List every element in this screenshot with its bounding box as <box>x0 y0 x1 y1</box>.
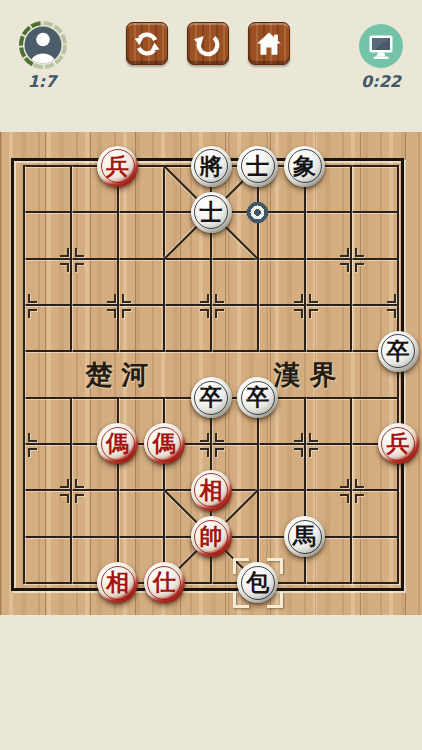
point-marker <box>75 479 84 488</box>
piece-red-elephant[interactable]: 相 <box>97 562 138 603</box>
piece-red-advisor[interactable]: 仕 <box>144 562 185 603</box>
point-marker <box>122 294 131 303</box>
computer-avatar[interactable] <box>359 24 403 68</box>
point-marker <box>215 448 224 457</box>
grid-line <box>304 165 306 352</box>
point-marker <box>28 448 37 457</box>
grid-line <box>70 165 72 352</box>
point-marker <box>340 248 349 257</box>
undo-arrow-icon <box>191 27 225 61</box>
sync-arrows-icon <box>130 27 164 61</box>
piece-black-soldier[interactable]: 卒 <box>191 377 232 418</box>
point-marker <box>60 248 69 257</box>
point-marker <box>107 294 116 303</box>
home-button[interactable] <box>248 22 290 65</box>
piece-black-cannon[interactable]: 包 <box>237 562 278 603</box>
person-icon <box>18 20 68 70</box>
piece-red-horse[interactable]: 傌 <box>144 423 185 464</box>
point-marker <box>294 309 303 318</box>
point-marker <box>309 294 318 303</box>
point-marker <box>355 494 364 503</box>
river-label-left: 楚河 <box>77 357 158 393</box>
swap-button[interactable] <box>126 22 168 65</box>
last-move-marker <box>246 201 269 224</box>
piece-black-advisor[interactable]: 士 <box>191 192 232 233</box>
point-marker <box>200 309 209 318</box>
river-label-right: 漢界 <box>265 357 346 393</box>
point-marker <box>200 433 209 442</box>
player-avatar[interactable] <box>18 20 68 70</box>
piece-black-general[interactable]: 將 <box>191 146 232 187</box>
grid-line <box>397 165 399 584</box>
point-marker <box>294 448 303 457</box>
grid-line <box>350 397 352 584</box>
point-marker <box>294 433 303 442</box>
point-marker <box>75 263 84 272</box>
point-marker <box>340 479 349 488</box>
top-bar: 1:7 <box>0 0 422 132</box>
score-text: 1:7 <box>12 72 72 91</box>
piece-red-soldier[interactable]: 兵 <box>97 146 138 187</box>
point-marker <box>107 309 116 318</box>
point-marker <box>309 433 318 442</box>
computer-monitor-icon <box>361 26 401 66</box>
point-marker <box>355 479 364 488</box>
piece-black-advisor[interactable]: 士 <box>237 146 278 187</box>
point-marker <box>294 294 303 303</box>
point-marker <box>75 248 84 257</box>
piece-black-soldier[interactable]: 卒 <box>378 331 419 372</box>
point-marker <box>215 433 224 442</box>
grid-line <box>117 165 119 352</box>
point-marker <box>215 294 224 303</box>
point-marker <box>28 309 37 318</box>
grid-line <box>23 165 25 584</box>
point-marker <box>355 263 364 272</box>
point-marker <box>60 479 69 488</box>
button-row <box>126 22 290 65</box>
xiangqi-board[interactable]: 楚河 漢界 兵將士象士卒卒卒傌傌兵相帥馬相仕包 <box>0 132 422 615</box>
home-icon <box>252 27 286 61</box>
point-marker <box>340 494 349 503</box>
xiangqi-app: 1:7 <box>0 0 422 750</box>
point-marker <box>28 433 37 442</box>
point-marker <box>355 248 364 257</box>
point-marker <box>340 263 349 272</box>
undo-button[interactable] <box>187 22 229 65</box>
grid-line <box>350 165 352 352</box>
piece-black-horse[interactable]: 馬 <box>284 516 325 557</box>
point-marker <box>215 309 224 318</box>
timer-text: 0:22 <box>351 72 411 91</box>
point-marker <box>387 309 396 318</box>
point-marker <box>28 294 37 303</box>
point-marker <box>200 294 209 303</box>
piece-black-elephant[interactable]: 象 <box>284 146 325 187</box>
piece-red-soldier[interactable]: 兵 <box>378 423 419 464</box>
grid-line <box>70 397 72 584</box>
point-marker <box>309 448 318 457</box>
point-marker <box>309 309 318 318</box>
point-marker <box>75 494 84 503</box>
point-marker <box>387 294 396 303</box>
piece-red-general[interactable]: 帥 <box>191 516 232 557</box>
point-marker <box>60 494 69 503</box>
point-marker <box>60 263 69 272</box>
point-marker <box>122 309 131 318</box>
piece-red-elephant[interactable]: 相 <box>191 470 232 511</box>
point-marker <box>200 448 209 457</box>
